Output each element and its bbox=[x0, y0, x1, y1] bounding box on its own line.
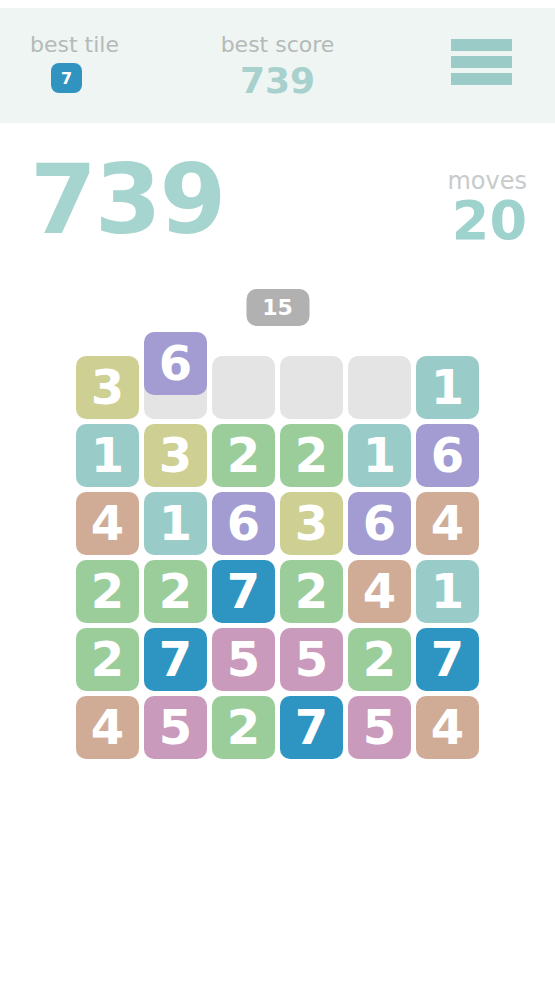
cell-r4c4: 2 bbox=[280, 560, 343, 623]
empty-cell bbox=[348, 356, 411, 419]
tile-2[interactable]: 2 bbox=[348, 628, 411, 691]
tile-3[interactable]: 3 bbox=[76, 356, 139, 419]
menu-bar bbox=[451, 39, 512, 51]
cell-r4c1: 2 bbox=[76, 560, 139, 623]
cell-r6c1: 4 bbox=[76, 696, 139, 759]
cell-r2c4: 2 bbox=[280, 424, 343, 487]
cell-r2c1: 1 bbox=[76, 424, 139, 487]
hamburger-menu-icon[interactable] bbox=[451, 39, 512, 85]
tile-4[interactable]: 4 bbox=[416, 696, 479, 759]
cell-r3c6: 4 bbox=[416, 492, 479, 555]
tile-7[interactable]: 7 bbox=[212, 560, 275, 623]
tile-2[interactable]: 2 bbox=[212, 424, 275, 487]
tile-7[interactable]: 7 bbox=[416, 628, 479, 691]
tile-2[interactable]: 2 bbox=[76, 628, 139, 691]
tile-1[interactable]: 1 bbox=[76, 424, 139, 487]
tile-7[interactable]: 7 bbox=[280, 696, 343, 759]
cell-r5c4: 5 bbox=[280, 628, 343, 691]
tile-1[interactable]: 1 bbox=[348, 424, 411, 487]
moves-block: moves 20 bbox=[447, 168, 527, 248]
tile-2[interactable]: 2 bbox=[280, 560, 343, 623]
cell-r6c2: 5 bbox=[144, 696, 207, 759]
tile-4[interactable]: 4 bbox=[76, 696, 139, 759]
tile-5[interactable]: 5 bbox=[144, 696, 207, 759]
cell-r3c2: 1 bbox=[144, 492, 207, 555]
cell-r3c5: 6 bbox=[348, 492, 411, 555]
cell-r1c6: 1 bbox=[416, 356, 479, 419]
cell-r1c5 bbox=[348, 356, 411, 419]
tile-4[interactable]: 4 bbox=[76, 492, 139, 555]
cell-r6c5: 5 bbox=[348, 696, 411, 759]
cell-r6c6: 4 bbox=[416, 696, 479, 759]
empty-cell bbox=[212, 356, 275, 419]
tile-4[interactable]: 4 bbox=[348, 560, 411, 623]
cell-r3c3: 6 bbox=[212, 492, 275, 555]
board-grid: 361132216416364227241275527452754 bbox=[76, 356, 479, 759]
tile-1[interactable]: 1 bbox=[416, 356, 479, 419]
cell-r4c3: 7 bbox=[212, 560, 275, 623]
cell-r6c3: 2 bbox=[212, 696, 275, 759]
tile-5[interactable]: 5 bbox=[348, 696, 411, 759]
cell-r1c2: 6 bbox=[144, 356, 207, 419]
cell-r5c1: 2 bbox=[76, 628, 139, 691]
top-bar: best tile 7 best score 739 bbox=[0, 8, 555, 123]
cell-r4c5: 4 bbox=[348, 560, 411, 623]
cell-r4c2: 2 bbox=[144, 560, 207, 623]
tile-3[interactable]: 3 bbox=[280, 492, 343, 555]
tile-5[interactable]: 5 bbox=[212, 628, 275, 691]
cell-r3c1: 4 bbox=[76, 492, 139, 555]
game-screen: best tile 7 best score 739 739 moves 20 … bbox=[0, 0, 555, 988]
cell-r2c3: 2 bbox=[212, 424, 275, 487]
tile-5[interactable]: 5 bbox=[280, 628, 343, 691]
cell-r5c6: 7 bbox=[416, 628, 479, 691]
cell-r1c4 bbox=[280, 356, 343, 419]
tile-1[interactable]: 1 bbox=[416, 560, 479, 623]
cell-r6c4: 7 bbox=[280, 696, 343, 759]
tile-6[interactable]: 6 bbox=[416, 424, 479, 487]
cell-r4c6: 1 bbox=[416, 560, 479, 623]
tile-7[interactable]: 7 bbox=[144, 628, 207, 691]
tile-6[interactable]: 6 bbox=[348, 492, 411, 555]
tile-6-raised[interactable]: 6 bbox=[144, 332, 207, 395]
empty-cell bbox=[280, 356, 343, 419]
cell-r2c6: 6 bbox=[416, 424, 479, 487]
menu-bar bbox=[451, 56, 512, 68]
tile-1[interactable]: 1 bbox=[144, 492, 207, 555]
score-popup: 15 bbox=[246, 289, 309, 326]
cell-r5c3: 5 bbox=[212, 628, 275, 691]
cell-r3c4: 3 bbox=[280, 492, 343, 555]
tile-4[interactable]: 4 bbox=[416, 492, 479, 555]
tile-2[interactable]: 2 bbox=[144, 560, 207, 623]
cell-r2c5: 1 bbox=[348, 424, 411, 487]
menu-bar bbox=[451, 73, 512, 85]
cell-r5c2: 7 bbox=[144, 628, 207, 691]
tile-3[interactable]: 3 bbox=[144, 424, 207, 487]
cell-r2c2: 3 bbox=[144, 424, 207, 487]
tile-2[interactable]: 2 bbox=[212, 696, 275, 759]
tile-6[interactable]: 6 bbox=[212, 492, 275, 555]
cell-r5c5: 2 bbox=[348, 628, 411, 691]
cell-r1c1: 3 bbox=[76, 356, 139, 419]
moves-value: 20 bbox=[447, 194, 527, 248]
tile-2[interactable]: 2 bbox=[76, 560, 139, 623]
tile-2[interactable]: 2 bbox=[280, 424, 343, 487]
current-score: 739 bbox=[30, 152, 224, 248]
cell-r1c3 bbox=[212, 356, 275, 419]
